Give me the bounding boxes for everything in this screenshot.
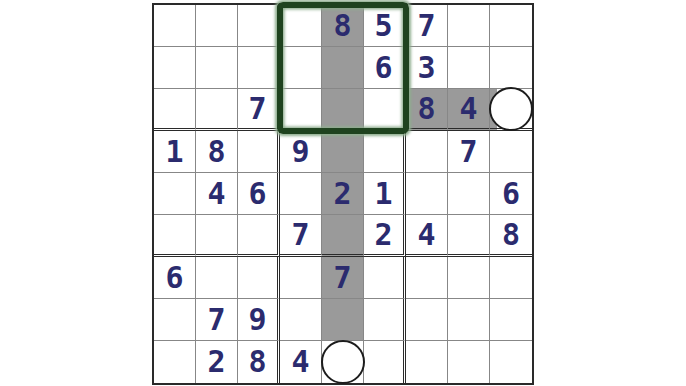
cell-r8c7[interactable] (406, 299, 448, 341)
cell-r6c1[interactable] (154, 215, 196, 257)
cell-r9c7[interactable] (406, 341, 448, 383)
digit: 7 (459, 137, 477, 167)
cell-r6c6[interactable]: 2 (364, 215, 406, 257)
cell-r7c1[interactable]: 6 (154, 257, 196, 299)
digit: 6 (248, 179, 266, 209)
cell-r4c9[interactable] (490, 131, 532, 173)
cell-r4c2[interactable]: 8 (196, 131, 238, 173)
cell-r9c1[interactable] (154, 341, 196, 383)
digit: 7 (333, 263, 351, 293)
cell-r2c8[interactable] (448, 47, 490, 89)
cell-r1c5[interactable]: 8 (322, 5, 364, 47)
cell-r6c2[interactable] (196, 215, 238, 257)
cell-r4c4[interactable]: 9 (280, 131, 322, 173)
cell-r5c1[interactable] (154, 173, 196, 215)
cell-r5c9[interactable]: 6 (490, 173, 532, 215)
cell-r4c6[interactable] (364, 131, 406, 173)
cell-r8c6[interactable] (364, 299, 406, 341)
cell-r8c8[interactable] (448, 299, 490, 341)
digit: 8 (502, 220, 520, 250)
cell-r9c9[interactable] (490, 341, 532, 383)
cell-r5c2[interactable]: 4 (196, 173, 238, 215)
cell-r6c8[interactable] (448, 215, 490, 257)
cell-r3c8[interactable]: 4 (448, 89, 490, 131)
cell-r5c6[interactable]: 1 (364, 173, 406, 215)
cell-r3c1[interactable] (154, 89, 196, 131)
cell-r7c9[interactable] (490, 257, 532, 299)
cell-r3c3[interactable]: 7 (238, 89, 280, 131)
cell-r1c9[interactable] (490, 5, 532, 47)
cell-r8c1[interactable] (154, 299, 196, 341)
cell-r6c5[interactable] (322, 215, 364, 257)
cell-r9c2[interactable]: 2 (196, 341, 238, 383)
cell-r7c3[interactable] (238, 257, 280, 299)
cell-r3c5[interactable] (322, 89, 364, 131)
circle-mark (489, 87, 533, 131)
cell-r9c6[interactable] (364, 341, 406, 383)
digit: 8 (248, 347, 266, 377)
digit: 9 (291, 137, 309, 167)
cell-r4c3[interactable] (238, 131, 280, 173)
cell-r2c6[interactable]: 6 (364, 47, 406, 89)
cell-r6c7[interactable]: 4 (406, 215, 448, 257)
digit: 4 (207, 179, 225, 209)
cell-r6c4[interactable]: 7 (280, 215, 322, 257)
digit: 2 (374, 220, 392, 250)
digit: 1 (374, 179, 392, 209)
cell-r7c8[interactable] (448, 257, 490, 299)
digit: 7 (291, 220, 309, 250)
digit: 2 (333, 179, 351, 209)
cell-r4c1[interactable]: 1 (154, 131, 196, 173)
digit: 7 (248, 94, 266, 124)
cell-r5c3[interactable]: 6 (238, 173, 280, 215)
digit: 1 (165, 137, 183, 167)
digit: 8 (333, 11, 351, 41)
cell-r2c2[interactable] (196, 47, 238, 89)
cell-r7c7[interactable] (406, 257, 448, 299)
digit: 4 (291, 347, 309, 377)
cell-r9c3[interactable]: 8 (238, 341, 280, 383)
cell-r5c5[interactable]: 2 (322, 173, 364, 215)
cell-r3c6[interactable] (364, 89, 406, 131)
cell-r7c4[interactable] (280, 257, 322, 299)
digit: 6 (374, 53, 392, 83)
cell-r5c7[interactable] (406, 173, 448, 215)
cell-r1c6[interactable]: 5 (364, 5, 406, 47)
digit: 2 (207, 347, 225, 377)
cell-r6c9[interactable]: 8 (490, 215, 532, 257)
cell-r9c5[interactable] (322, 341, 364, 383)
cell-r5c4[interactable] (280, 173, 322, 215)
cell-r7c2[interactable] (196, 257, 238, 299)
digit: 6 (502, 179, 520, 209)
cell-r3c9[interactable] (490, 89, 532, 131)
cell-r9c8[interactable] (448, 341, 490, 383)
cell-r2c5[interactable] (322, 47, 364, 89)
page-background: { "game": "sudoku", "position": "....857… (0, 0, 686, 386)
cell-r1c3[interactable] (238, 5, 280, 47)
cell-r5c8[interactable] (448, 173, 490, 215)
digit: 3 (417, 53, 435, 83)
cell-r8c5[interactable] (322, 299, 364, 341)
cell-r6c3[interactable] (238, 215, 280, 257)
cell-r8c3[interactable]: 9 (238, 299, 280, 341)
cell-r3c2[interactable] (196, 89, 238, 131)
digit: 4 (417, 220, 435, 250)
cell-r2c7[interactable]: 3 (406, 47, 448, 89)
cell-r1c4[interactable] (280, 5, 322, 47)
digit: 8 (207, 137, 225, 167)
digit: 7 (417, 11, 435, 41)
cell-r3c7[interactable]: 8 (406, 89, 448, 131)
cell-r4c5[interactable] (322, 131, 364, 173)
cell-r4c8[interactable]: 7 (448, 131, 490, 173)
cell-r9c4[interactable]: 4 (280, 341, 322, 383)
cell-r7c5[interactable]: 7 (322, 257, 364, 299)
cell-r2c3[interactable] (238, 47, 280, 89)
cell-r7c6[interactable] (364, 257, 406, 299)
cell-r1c2[interactable] (196, 5, 238, 47)
cell-r8c9[interactable] (490, 299, 532, 341)
circle-mark (321, 340, 365, 384)
cell-r8c4[interactable] (280, 299, 322, 341)
cell-r2c1[interactable] (154, 47, 196, 89)
cell-r2c9[interactable] (490, 47, 532, 89)
digit: 8 (417, 94, 435, 124)
digit: 6 (165, 263, 183, 293)
cell-r4c7[interactable] (406, 131, 448, 173)
digit: 7 (207, 305, 225, 335)
cell-r2c4[interactable] (280, 47, 322, 89)
digit: 9 (248, 305, 266, 335)
cell-r1c1[interactable] (154, 5, 196, 47)
cell-r1c7[interactable]: 7 (406, 5, 448, 47)
digit: 4 (459, 94, 477, 124)
cell-r1c8[interactable] (448, 5, 490, 47)
cell-r3c4[interactable] (280, 89, 322, 131)
sudoku-board: 8576378418974621672486779284 (152, 3, 534, 385)
digit: 5 (374, 11, 392, 41)
cell-r8c2[interactable]: 7 (196, 299, 238, 341)
